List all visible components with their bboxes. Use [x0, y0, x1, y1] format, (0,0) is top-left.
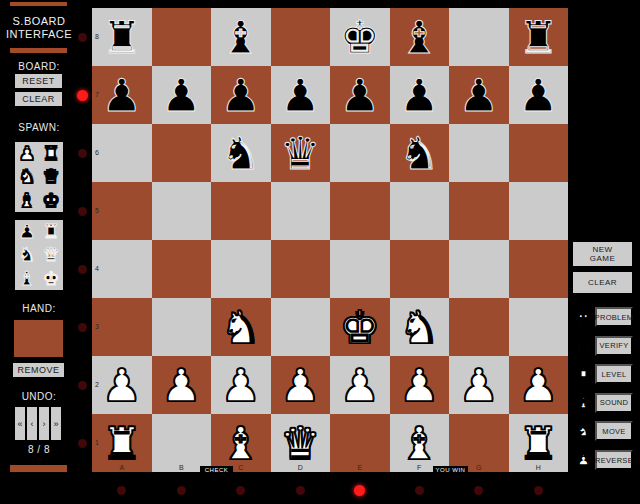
- rank-label-6: 6: [95, 149, 103, 156]
- move-button[interactable]: MOVE: [595, 421, 633, 441]
- square-e2[interactable]: ♟: [330, 356, 390, 414]
- piece-black-pawn: ♟: [518, 73, 558, 118]
- spawn-black-knight[interactable]: ♞: [15, 243, 39, 266]
- clear-board-button[interactable]: CLEAR: [573, 272, 632, 293]
- new-game-button[interactable]: NEW GAME: [573, 242, 632, 266]
- piece-black-queen: ♛: [280, 131, 320, 176]
- file-label-d: D: [271, 464, 331, 471]
- hand-section-label: HAND:: [0, 303, 78, 314]
- piece-black-pawn: ♟: [340, 73, 380, 118]
- level-button[interactable]: LEVEL: [595, 364, 633, 384]
- square-h4[interactable]: [509, 240, 569, 298]
- spawn-black-bishop[interactable]: ♝: [15, 267, 39, 290]
- square-g8[interactable]: [449, 8, 509, 66]
- piece-white-pawn: ♟: [340, 363, 380, 408]
- piece-white-rook: ♜: [518, 421, 558, 466]
- spawn-white-bishop[interactable]: ♝: [15, 189, 39, 212]
- spawn-white-king[interactable]: ♚: [39, 189, 63, 212]
- square-e6[interactable]: [330, 124, 390, 182]
- file-label-e: E: [330, 464, 390, 471]
- square-e4[interactable]: [330, 240, 390, 298]
- piece-white-pawn: ♟: [102, 363, 142, 408]
- square-h5[interactable]: [509, 182, 569, 240]
- title-underline-bar: [10, 48, 67, 53]
- black-pawn-icon: ♟: [18, 222, 35, 241]
- file-led-e: [354, 485, 365, 496]
- square-b2[interactable]: ♟: [152, 356, 212, 414]
- board-section-label: BOARD:: [0, 61, 78, 72]
- rank-label-1: 1: [95, 439, 103, 446]
- piece-black-rook: ♜: [518, 15, 558, 60]
- square-f5[interactable]: [390, 182, 450, 240]
- bottom-accent-bar: [10, 465, 67, 472]
- reverse-button[interactable]: REVERSE: [595, 450, 633, 470]
- square-f2[interactable]: ♟: [390, 356, 450, 414]
- square-d4[interactable]: [271, 240, 331, 298]
- square-h3[interactable]: [509, 298, 569, 356]
- piece-white-knight: ♞: [399, 305, 439, 350]
- rank-label-8: 8: [95, 33, 103, 40]
- square-c5[interactable]: [211, 182, 271, 240]
- app-title: S.BOARD INTERFACE: [0, 15, 78, 41]
- action-row-verify: ♛VERIFY: [574, 336, 634, 356]
- spawn-black-king[interactable]: ♚: [39, 267, 63, 290]
- piece-white-pawn: ♟: [280, 363, 320, 408]
- undo-counter: 8 / 8: [0, 444, 78, 455]
- queen-icon: ♛: [574, 337, 593, 356]
- piece-white-pawn: ♟: [399, 363, 439, 408]
- square-b5[interactable]: [152, 182, 212, 240]
- redo-last-button[interactable]: »: [51, 407, 61, 440]
- undo-section-label: UNDO:: [0, 391, 78, 402]
- piece-white-king: ♚: [340, 305, 380, 350]
- action-row-problem: ♚PROBLEM: [574, 307, 634, 327]
- black-queen-icon: ♛: [42, 245, 59, 264]
- black-knight-icon: ♞: [18, 245, 35, 264]
- black-rook-icon: ♜: [42, 222, 59, 241]
- rank-label-4: 4: [95, 265, 103, 272]
- square-f3[interactable]: ♞: [390, 298, 450, 356]
- spawn-white-pawn[interactable]: ♟: [15, 142, 39, 165]
- square-g4[interactable]: [449, 240, 509, 298]
- rook-icon: ♜: [574, 365, 593, 384]
- square-c7[interactable]: ♟: [211, 66, 271, 124]
- white-king-icon: ♚: [42, 191, 59, 210]
- spawn-black-queen[interactable]: ♛: [39, 243, 63, 266]
- file-label-h: H: [509, 464, 569, 471]
- spawn-section-label: SPAWN:: [0, 122, 78, 133]
- spawn-black-rook[interactable]: ♜: [39, 220, 63, 243]
- piece-white-knight: ♞: [221, 305, 261, 350]
- file-led-b: [177, 486, 186, 495]
- problem-button[interactable]: PROBLEM: [595, 307, 633, 327]
- rank-led-5: [78, 207, 87, 216]
- piece-white-queen: ♛: [280, 421, 320, 466]
- file-led-d: [296, 486, 305, 495]
- rank-label-2: 2: [95, 381, 103, 388]
- square-h8[interactable]: ♜: [509, 8, 569, 66]
- rank-led-1: [78, 439, 87, 448]
- square-b3[interactable]: [152, 298, 212, 356]
- square-c2[interactable]: ♟: [211, 356, 271, 414]
- new-game-label-line2: GAME: [590, 254, 616, 263]
- piece-black-pawn: ♟: [459, 73, 499, 118]
- square-c4[interactable]: [211, 240, 271, 298]
- square-g7[interactable]: ♟: [449, 66, 509, 124]
- square-g3[interactable]: [449, 298, 509, 356]
- undo-back-button[interactable]: ‹: [27, 407, 37, 440]
- app-title-line2: INTERFACE: [0, 28, 78, 41]
- white-rook-icon: ♜: [42, 144, 59, 163]
- square-g6[interactable]: [449, 124, 509, 182]
- spawn-black-pawn[interactable]: ♟: [15, 220, 39, 243]
- piece-black-knight: ♞: [221, 131, 261, 176]
- piece-white-rook: ♜: [102, 421, 142, 466]
- spawn-white-knight[interactable]: ♞: [15, 165, 39, 188]
- piece-black-bishop: ♝: [399, 15, 439, 60]
- square-h7[interactable]: ♟: [509, 66, 569, 124]
- king-icon: ♚: [574, 308, 593, 327]
- piece-black-bishop: ♝: [221, 15, 261, 60]
- square-f7[interactable]: ♟: [390, 66, 450, 124]
- square-f8[interactable]: ♝: [390, 8, 450, 66]
- rank-label-7: 7: [95, 91, 103, 98]
- clear-button[interactable]: CLEAR: [15, 92, 62, 106]
- piece-black-knight: ♞: [399, 131, 439, 176]
- chess-board: ♜♝♚♝♜♟♟♟♟♟♟♟♟♞♛♞♞♚♞♟♟♟♟♟♟♟♟♜♝♛♝♜: [92, 8, 568, 472]
- action-row-reverse: ♟REVERSE: [574, 450, 634, 470]
- square-f4[interactable]: [390, 240, 450, 298]
- piece-white-bishop: ♝: [221, 421, 261, 466]
- square-d6[interactable]: ♛: [271, 124, 331, 182]
- file-led-g: [474, 486, 483, 495]
- undo-controls: « ‹ › »: [15, 407, 63, 440]
- piece-white-pawn: ♟: [221, 363, 261, 408]
- rank-label-3: 3: [95, 323, 103, 330]
- piece-black-pawn: ♟: [161, 73, 201, 118]
- knight-icon: ♞: [574, 422, 593, 441]
- piece-white-pawn: ♟: [161, 363, 201, 408]
- file-led-a: [117, 486, 126, 495]
- square-d2[interactable]: ♟: [271, 356, 331, 414]
- reset-button[interactable]: RESET: [15, 74, 62, 88]
- square-e8[interactable]: ♚: [330, 8, 390, 66]
- piece-black-king: ♚: [340, 15, 380, 60]
- hand-slot[interactable]: [14, 320, 63, 357]
- sound-button[interactable]: SOUND: [595, 393, 633, 413]
- piece-black-pawn: ♟: [221, 73, 261, 118]
- rank-led-6: [78, 149, 87, 158]
- square-b4[interactable]: [152, 240, 212, 298]
- file-led-h: [534, 486, 543, 495]
- app-title-line1: S.BOARD: [0, 15, 78, 28]
- white-bishop-icon: ♝: [18, 191, 35, 210]
- white-pawn-icon: ♟: [18, 144, 35, 163]
- square-g2[interactable]: ♟: [449, 356, 509, 414]
- rank-led-3: [78, 323, 87, 332]
- piece-white-pawn: ♟: [518, 363, 558, 408]
- action-row-level: ♜LEVEL: [574, 364, 634, 384]
- remove-button[interactable]: REMOVE: [13, 363, 64, 377]
- you-win-badge: YOU WIN: [433, 466, 468, 474]
- square-c8[interactable]: ♝: [211, 8, 271, 66]
- square-e5[interactable]: [330, 182, 390, 240]
- file-led-c: [236, 486, 245, 495]
- piece-black-pawn: ♟: [399, 73, 439, 118]
- rank-led-7: [77, 90, 88, 101]
- square-e7[interactable]: ♟: [330, 66, 390, 124]
- square-d7[interactable]: ♟: [271, 66, 331, 124]
- black-bishop-icon: ♝: [18, 269, 35, 288]
- square-h6[interactable]: [509, 124, 569, 182]
- action-row-sound: ♝SOUND: [574, 393, 634, 413]
- spawn-palette-white: ♟♜♞♛♝♚: [15, 142, 63, 212]
- spawn-white-rook[interactable]: ♜: [39, 142, 63, 165]
- undo-first-button[interactable]: «: [15, 407, 25, 440]
- spawn-palette-black: ♟♜♞♛♝♚: [15, 220, 63, 290]
- square-g5[interactable]: [449, 182, 509, 240]
- verify-button[interactable]: VERIFY: [595, 336, 633, 356]
- board-area: ♜♝♚♝♜♟♟♟♟♟♟♟♟♞♛♞♞♚♞♟♟♟♟♟♟♟♟♜♝♛♝♜ 8765432…: [92, 8, 568, 472]
- rank-led-4: [78, 265, 87, 274]
- action-row-move: ♞MOVE: [574, 421, 634, 441]
- square-c3[interactable]: ♞: [211, 298, 271, 356]
- bishop-icon: ♝: [574, 394, 593, 413]
- square-d3[interactable]: [271, 298, 331, 356]
- file-led-f: [415, 486, 424, 495]
- piece-white-bishop: ♝: [399, 421, 439, 466]
- piece-black-rook: ♜: [102, 15, 142, 60]
- black-king-icon: ♚: [42, 269, 59, 288]
- redo-forward-button[interactable]: ›: [39, 407, 49, 440]
- piece-black-pawn: ♟: [280, 73, 320, 118]
- new-game-label-line1: NEW: [592, 245, 612, 254]
- rank-label-5: 5: [95, 207, 103, 214]
- square-c6[interactable]: ♞: [211, 124, 271, 182]
- spawn-white-queen[interactable]: ♛: [39, 165, 63, 188]
- square-f6[interactable]: ♞: [390, 124, 450, 182]
- white-knight-icon: ♞: [18, 167, 35, 186]
- check-badge: CHECK: [200, 466, 233, 474]
- square-b6[interactable]: [152, 124, 212, 182]
- file-label-a: A: [92, 464, 152, 471]
- square-h2[interactable]: ♟: [509, 356, 569, 414]
- piece-black-pawn: ♟: [102, 73, 142, 118]
- white-queen-icon: ♛: [42, 167, 59, 186]
- square-e3[interactable]: ♚: [330, 298, 390, 356]
- square-d8[interactable]: [271, 8, 331, 66]
- rank-led-8: [78, 33, 87, 42]
- rank-led-2: [78, 381, 87, 390]
- square-b8[interactable]: [152, 8, 212, 66]
- top-accent-bar: [10, 2, 67, 6]
- pawn-icon: ♟: [574, 451, 593, 470]
- piece-white-pawn: ♟: [459, 363, 499, 408]
- square-b7[interactable]: ♟: [152, 66, 212, 124]
- square-d5[interactable]: [271, 182, 331, 240]
- sboard-interface-app: S.BOARD INTERFACE BOARD: RESET CLEAR SPA…: [0, 0, 640, 504]
